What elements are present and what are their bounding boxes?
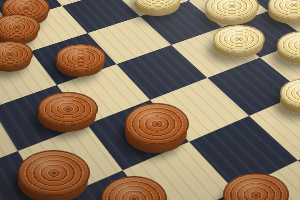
piece-face xyxy=(213,25,265,53)
checker-cream-piece[interactable] xyxy=(277,31,300,64)
checker-cream-piece[interactable] xyxy=(213,25,263,58)
piece-face xyxy=(101,176,167,200)
checkers-board-photo xyxy=(0,0,300,200)
checker-brown-piece[interactable] xyxy=(223,173,287,200)
checker-cream-piece[interactable] xyxy=(280,78,300,114)
pieces-layer xyxy=(0,0,300,200)
piece-face xyxy=(223,173,289,200)
checker-brown-piece[interactable] xyxy=(38,92,96,132)
checker-brown-piece[interactable] xyxy=(101,176,165,200)
piece-face xyxy=(18,150,90,196)
checker-brown-piece[interactable] xyxy=(56,44,104,77)
piece-face xyxy=(38,92,98,126)
checker-cream-piece[interactable] xyxy=(205,0,257,25)
checker-brown-piece[interactable] xyxy=(125,103,187,153)
piece-face xyxy=(56,44,106,72)
checker-cream-piece[interactable] xyxy=(268,0,300,24)
checker-cream-piece[interactable] xyxy=(134,0,180,16)
checker-brown-piece[interactable] xyxy=(0,41,31,72)
checker-brown-piece[interactable] xyxy=(18,150,88,200)
piece-face xyxy=(125,103,189,145)
